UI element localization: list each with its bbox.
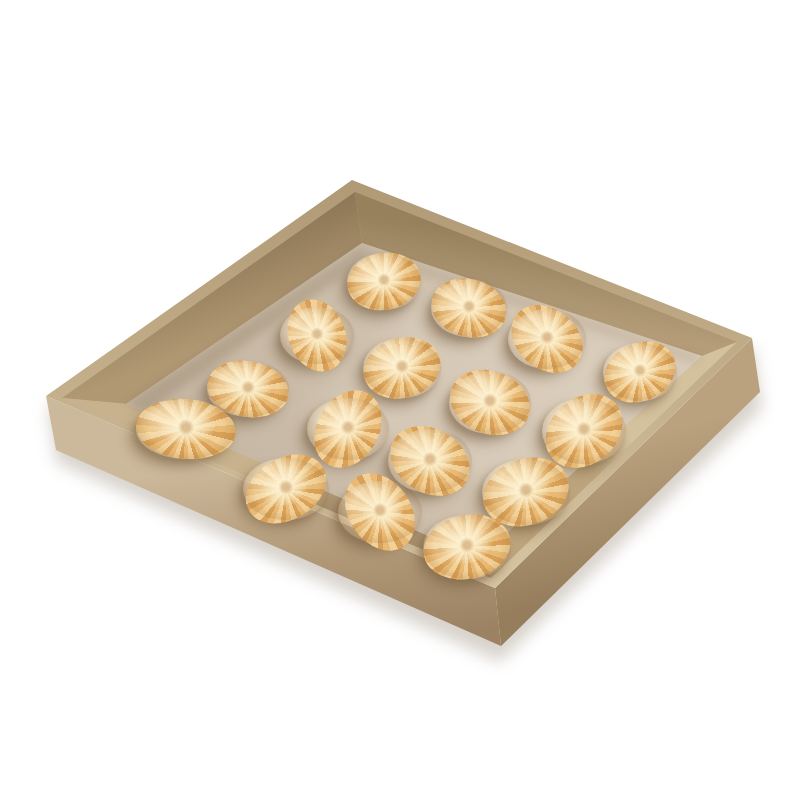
cookie-shading [508,309,586,369]
cookie-shading [431,279,507,337]
cookie-tray-contents [0,0,800,800]
cookie-8 [542,398,626,464]
cookie-2 [431,279,507,337]
cookie-7 [449,371,531,434]
cookie-shading [280,307,354,364]
product-photo-stage [0,0,800,800]
cookie-shading [449,371,531,434]
cookie-shading [388,429,472,493]
cookie-16 [423,515,511,579]
cookie-12 [482,459,570,525]
cookie-14 [243,458,329,520]
cookie-4 [603,343,677,401]
cookie-10 [307,398,389,460]
cookie-shading [347,253,421,310]
cookie-11 [388,429,472,493]
cookie-shading [603,343,677,401]
cookie-6 [363,338,441,398]
cookie-shading [338,481,422,543]
cookie-5 [280,307,354,364]
cookie-shading [243,458,329,520]
cookie-13 [136,399,236,459]
cookie-3 [508,309,586,369]
cookie-shading [423,515,511,579]
cookie-shading [542,398,626,464]
cookie-shading [307,398,389,460]
cookie-shading [136,399,236,459]
cookie-shading [482,459,570,525]
cookie-1 [347,253,421,310]
cookie-15 [338,481,422,543]
cookie-shading [363,338,441,398]
